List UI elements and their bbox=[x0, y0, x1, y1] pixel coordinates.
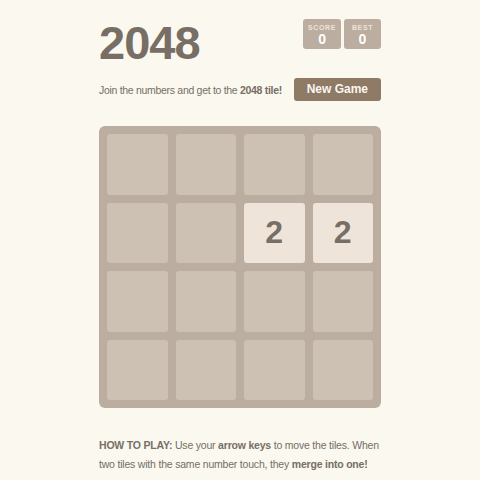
howto-line1-text1: Use your bbox=[172, 439, 218, 451]
best-value: 0 bbox=[359, 32, 367, 47]
howto-line1-text2: to move the tiles. When bbox=[271, 439, 379, 451]
board-cell-r2-c2 bbox=[244, 271, 305, 332]
board-cell-r2-c0 bbox=[107, 271, 168, 332]
board-cell-r2-c3 bbox=[313, 271, 374, 332]
board-cell-r3-c3 bbox=[313, 340, 374, 401]
score-panel: SCORE 0 BEST 0 bbox=[303, 19, 381, 49]
new-game-button[interactable]: New Game bbox=[294, 78, 381, 101]
howto-line-1: HOW TO PLAY: Use your arrow keys to move… bbox=[99, 436, 381, 455]
board-cell-r3-c0 bbox=[107, 340, 168, 401]
howto-line2-bold: merge into one! bbox=[292, 458, 368, 470]
intro-text: Join the numbers and get to the 2048 til… bbox=[99, 84, 282, 96]
score-value: 0 bbox=[318, 32, 326, 47]
score-box: SCORE 0 bbox=[303, 19, 341, 49]
howto-line1-bold: arrow keys bbox=[218, 439, 271, 451]
page-title: 2048 bbox=[99, 18, 200, 68]
board-cell-r0-c3 bbox=[313, 134, 374, 195]
board: 22 bbox=[99, 126, 381, 408]
howto-line2-text: two tiles with the same number touch, th… bbox=[99, 458, 292, 470]
board-cell-r0-c0 bbox=[107, 134, 168, 195]
board-cell-r1-c1 bbox=[176, 203, 237, 264]
tile-2-r1-c3: 2 bbox=[313, 203, 374, 264]
intro-text-plain: Join the numbers and get to the bbox=[99, 84, 240, 96]
howto-text: HOW TO PLAY: Use your arrow keys to move… bbox=[99, 436, 381, 474]
best-box: BEST 0 bbox=[344, 19, 381, 49]
board-cell-r3-c1 bbox=[176, 340, 237, 401]
howto-label: HOW TO PLAY: bbox=[99, 439, 172, 451]
board-cell-r0-c2 bbox=[244, 134, 305, 195]
board-cell-r2-c1 bbox=[176, 271, 237, 332]
board-cell-r0-c1 bbox=[176, 134, 237, 195]
intro-text-bold: 2048 tile! bbox=[240, 84, 282, 96]
board-cell-r3-c2 bbox=[244, 340, 305, 401]
howto-line-2: two tiles with the same number touch, th… bbox=[99, 455, 381, 474]
header: 2048 SCORE 0 BEST 0 bbox=[99, 18, 381, 68]
page: 2048 SCORE 0 BEST 0 Join the numbers and… bbox=[99, 0, 381, 474]
tile-2-r1-c2: 2 bbox=[244, 203, 305, 264]
intro-row: Join the numbers and get to the 2048 til… bbox=[99, 78, 381, 101]
board-cell-r1-c0 bbox=[107, 203, 168, 264]
